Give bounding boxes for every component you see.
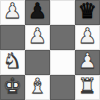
square-r3c0[interactable]: ♚: [0, 75, 25, 100]
square-r3c1[interactable]: ♝: [25, 75, 50, 100]
black-pawn-icon[interactable]: ♟: [28, 0, 47, 24]
square-r0c3[interactable]: ♛: [75, 0, 100, 25]
square-r2c3[interactable]: ♟: [75, 50, 100, 75]
square-r1c1[interactable]: ♟: [25, 25, 50, 50]
square-r0c2[interactable]: [50, 0, 75, 25]
square-r1c2[interactable]: [50, 25, 75, 50]
white-pawn-icon[interactable]: ♟: [3, 0, 22, 24]
white-king-icon[interactable]: ♚: [3, 74, 22, 99]
square-r2c2[interactable]: [50, 50, 75, 75]
white-rook-icon[interactable]: ♜: [78, 74, 97, 99]
black-queen-icon[interactable]: ♛: [78, 0, 97, 24]
square-r3c3[interactable]: ♜: [75, 75, 100, 100]
white-pawn-icon[interactable]: ♟: [78, 49, 97, 74]
white-bishop-icon[interactable]: ♝: [28, 74, 47, 99]
white-knight-icon[interactable]: ♞: [3, 49, 22, 74]
square-r1c0[interactable]: [0, 25, 25, 50]
square-r0c1[interactable]: ♟: [25, 0, 50, 25]
square-r2c0[interactable]: ♞: [0, 50, 25, 75]
square-r3c2[interactable]: [50, 75, 75, 100]
white-pawn-icon[interactable]: ♟: [78, 24, 97, 49]
white-pawn-icon[interactable]: ♟: [28, 24, 47, 49]
square-r2c1[interactable]: [25, 50, 50, 75]
square-r0c0[interactable]: ♟: [0, 0, 25, 25]
chess-board: ♟♟♛♟♟♞♟♚♝♜: [0, 0, 100, 100]
square-r1c3[interactable]: ♟: [75, 25, 100, 50]
